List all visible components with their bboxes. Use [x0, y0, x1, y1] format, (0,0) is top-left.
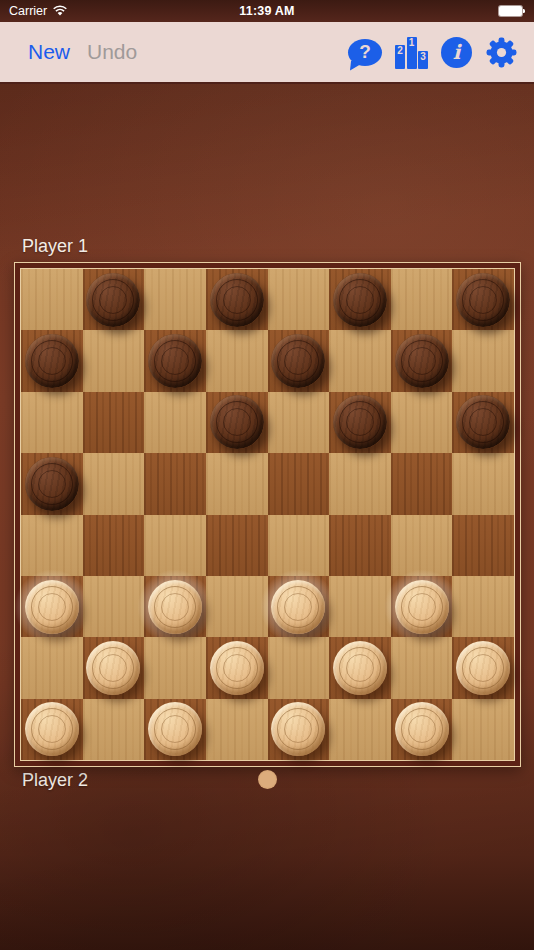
light-checker[interactable]: [86, 641, 140, 695]
square-d4[interactable]: [206, 515, 268, 576]
light-checker[interactable]: [25, 580, 79, 634]
dark-checker[interactable]: [210, 273, 264, 327]
square-d6[interactable]: [206, 392, 268, 453]
square-g1[interactable]: [391, 699, 453, 760]
square-b5[interactable]: [83, 453, 145, 514]
square-c1[interactable]: [144, 699, 206, 760]
podium-bar-2: 2: [395, 45, 405, 69]
square-a3[interactable]: [21, 576, 83, 637]
nav-bar: New Undo ? 2 1 3 i: [0, 22, 534, 84]
square-h5[interactable]: [452, 453, 514, 514]
dark-checker[interactable]: [25, 457, 79, 511]
square-a7[interactable]: [21, 330, 83, 391]
square-g3[interactable]: [391, 576, 453, 637]
podium-bar-1: 1: [407, 37, 417, 69]
dark-checker[interactable]: [333, 395, 387, 449]
square-g7[interactable]: [391, 330, 453, 391]
info-button[interactable]: i: [441, 37, 472, 68]
square-d1[interactable]: [206, 699, 268, 760]
square-b1[interactable]: [83, 699, 145, 760]
dark-checker[interactable]: [25, 334, 79, 388]
square-b8[interactable]: [83, 269, 145, 330]
square-f4[interactable]: [329, 515, 391, 576]
light-checker[interactable]: [148, 702, 202, 756]
square-g8[interactable]: [391, 269, 453, 330]
light-checker[interactable]: [271, 580, 325, 634]
square-c3[interactable]: [144, 576, 206, 637]
square-f8[interactable]: [329, 269, 391, 330]
dark-checker[interactable]: [210, 395, 264, 449]
square-e2[interactable]: [268, 637, 330, 698]
square-a8[interactable]: [21, 269, 83, 330]
square-e5[interactable]: [268, 453, 330, 514]
square-e6[interactable]: [268, 392, 330, 453]
new-button[interactable]: New: [28, 40, 70, 64]
square-h6[interactable]: [452, 392, 514, 453]
square-e8[interactable]: [268, 269, 330, 330]
undo-button[interactable]: Undo: [87, 40, 137, 64]
light-checker[interactable]: [210, 641, 264, 695]
help-chat-button[interactable]: ?: [348, 39, 382, 66]
square-a2[interactable]: [21, 637, 83, 698]
square-f1[interactable]: [329, 699, 391, 760]
info-icon: i: [453, 40, 461, 64]
page-indicator-dot[interactable]: [258, 770, 277, 789]
light-checker[interactable]: [333, 641, 387, 695]
square-a5[interactable]: [21, 453, 83, 514]
square-e3[interactable]: [268, 576, 330, 637]
square-f5[interactable]: [329, 453, 391, 514]
square-c8[interactable]: [144, 269, 206, 330]
square-h8[interactable]: [452, 269, 514, 330]
light-checker[interactable]: [456, 641, 510, 695]
player2-label: Player 2: [22, 770, 88, 791]
dark-checker[interactable]: [271, 334, 325, 388]
square-d3[interactable]: [206, 576, 268, 637]
square-a6[interactable]: [21, 392, 83, 453]
status-bar: Carrier 11:39 AM: [0, 0, 534, 22]
square-b3[interactable]: [83, 576, 145, 637]
square-h3[interactable]: [452, 576, 514, 637]
square-d2[interactable]: [206, 637, 268, 698]
dark-checker[interactable]: [333, 273, 387, 327]
square-f3[interactable]: [329, 576, 391, 637]
square-h7[interactable]: [452, 330, 514, 391]
square-b2[interactable]: [83, 637, 145, 698]
checkers-board: [14, 262, 521, 767]
square-f6[interactable]: [329, 392, 391, 453]
square-h2[interactable]: [452, 637, 514, 698]
square-e7[interactable]: [268, 330, 330, 391]
dark-checker[interactable]: [148, 334, 202, 388]
square-b7[interactable]: [83, 330, 145, 391]
square-h4[interactable]: [452, 515, 514, 576]
square-d5[interactable]: [206, 453, 268, 514]
light-checker[interactable]: [395, 580, 449, 634]
player1-label: Player 1: [22, 236, 88, 257]
question-mark-icon: ?: [359, 41, 371, 63]
square-a1[interactable]: [21, 699, 83, 760]
square-e1[interactable]: [268, 699, 330, 760]
dark-checker[interactable]: [395, 334, 449, 388]
square-h1[interactable]: [452, 699, 514, 760]
podium-bar-3: 3: [418, 51, 428, 69]
dark-checker[interactable]: [456, 273, 510, 327]
square-b6[interactable]: [83, 392, 145, 453]
square-f2[interactable]: [329, 637, 391, 698]
square-d7[interactable]: [206, 330, 268, 391]
square-d8[interactable]: [206, 269, 268, 330]
square-g2[interactable]: [391, 637, 453, 698]
light-checker[interactable]: [395, 702, 449, 756]
light-checker[interactable]: [148, 580, 202, 634]
square-c4[interactable]: [144, 515, 206, 576]
square-c5[interactable]: [144, 453, 206, 514]
dark-checker[interactable]: [456, 395, 510, 449]
dark-checker[interactable]: [86, 273, 140, 327]
square-c7[interactable]: [144, 330, 206, 391]
leaderboard-button[interactable]: 2 1 3: [395, 35, 428, 69]
board-grid: [20, 268, 515, 761]
battery-icon: [499, 6, 525, 16]
square-g5[interactable]: [391, 453, 453, 514]
square-a4[interactable]: [21, 515, 83, 576]
square-c6[interactable]: [144, 392, 206, 453]
square-c2[interactable]: [144, 637, 206, 698]
square-b4[interactable]: [83, 515, 145, 576]
square-f7[interactable]: [329, 330, 391, 391]
light-checker[interactable]: [25, 702, 79, 756]
square-e4[interactable]: [268, 515, 330, 576]
status-time: 11:39 AM: [0, 0, 534, 22]
square-g6[interactable]: [391, 392, 453, 453]
light-checker[interactable]: [271, 702, 325, 756]
square-g4[interactable]: [391, 515, 453, 576]
settings-gear-button[interactable]: [485, 36, 518, 69]
